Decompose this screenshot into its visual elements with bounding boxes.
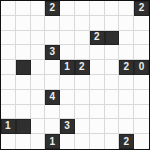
clue-cell: 2 xyxy=(90,31,105,46)
empty-cell[interactable] xyxy=(105,60,120,75)
empty-cell[interactable] xyxy=(1,105,16,120)
empty-cell[interactable] xyxy=(31,31,46,46)
empty-cell[interactable] xyxy=(119,119,134,134)
clue-cell: 3 xyxy=(45,45,60,60)
empty-cell[interactable] xyxy=(105,16,120,31)
empty-cell[interactable] xyxy=(1,60,16,75)
empty-cell[interactable] xyxy=(119,31,134,46)
empty-cell[interactable] xyxy=(134,90,149,105)
clue-cell: 2 xyxy=(134,1,149,16)
empty-cell[interactable] xyxy=(1,134,16,149)
empty-cell[interactable] xyxy=(134,105,149,120)
empty-cell[interactable] xyxy=(60,105,75,120)
empty-cell[interactable] xyxy=(134,16,149,31)
empty-cell[interactable] xyxy=(16,90,31,105)
empty-cell[interactable] xyxy=(31,45,46,60)
empty-cell[interactable] xyxy=(105,105,120,120)
clue-cell: 1 xyxy=(60,60,75,75)
empty-cell[interactable] xyxy=(90,90,105,105)
empty-cell[interactable] xyxy=(119,105,134,120)
empty-cell[interactable] xyxy=(134,75,149,90)
empty-cell[interactable] xyxy=(119,75,134,90)
empty-cell[interactable] xyxy=(60,1,75,16)
empty-cell[interactable] xyxy=(75,119,90,134)
empty-cell[interactable] xyxy=(60,75,75,90)
empty-cell[interactable] xyxy=(90,134,105,149)
empty-cell[interactable] xyxy=(1,31,16,46)
wall-cell xyxy=(105,31,120,46)
empty-cell[interactable] xyxy=(90,16,105,31)
empty-cell[interactable] xyxy=(31,105,46,120)
empty-cell[interactable] xyxy=(31,1,46,16)
empty-cell[interactable] xyxy=(1,90,16,105)
empty-cell[interactable] xyxy=(75,1,90,16)
empty-cell[interactable] xyxy=(119,16,134,31)
empty-cell[interactable] xyxy=(75,134,90,149)
clue-cell: 0 xyxy=(134,60,149,75)
empty-cell[interactable] xyxy=(60,45,75,60)
empty-cell[interactable] xyxy=(105,119,120,134)
empty-cell[interactable] xyxy=(75,105,90,120)
empty-cell[interactable] xyxy=(16,105,31,120)
empty-cell[interactable] xyxy=(45,31,60,46)
empty-cell[interactable] xyxy=(45,75,60,90)
empty-cell[interactable] xyxy=(105,134,120,149)
empty-cell[interactable] xyxy=(16,1,31,16)
empty-cell[interactable] xyxy=(45,16,60,31)
empty-cell[interactable] xyxy=(134,134,149,149)
empty-cell[interactable] xyxy=(119,90,134,105)
empty-cell[interactable] xyxy=(16,31,31,46)
empty-cell[interactable] xyxy=(134,31,149,46)
empty-cell[interactable] xyxy=(119,1,134,16)
empty-cell[interactable] xyxy=(31,75,46,90)
empty-cell[interactable] xyxy=(75,75,90,90)
clue-cell: 2 xyxy=(119,134,134,149)
empty-cell[interactable] xyxy=(45,119,60,134)
empty-cell[interactable] xyxy=(31,134,46,149)
empty-cell[interactable] xyxy=(31,119,46,134)
clue-cell: 1 xyxy=(45,134,60,149)
empty-cell[interactable] xyxy=(90,1,105,16)
empty-cell[interactable] xyxy=(75,45,90,60)
empty-cell[interactable] xyxy=(75,90,90,105)
empty-cell[interactable] xyxy=(1,45,16,60)
clue-cell: 4 xyxy=(45,90,60,105)
empty-cell[interactable] xyxy=(119,45,134,60)
empty-cell[interactable] xyxy=(16,134,31,149)
wall-cell xyxy=(16,119,31,134)
empty-cell[interactable] xyxy=(105,90,120,105)
empty-cell[interactable] xyxy=(134,45,149,60)
wall-cell xyxy=(16,60,31,75)
clue-cell: 1 xyxy=(1,119,16,134)
clue-cell: 3 xyxy=(60,119,75,134)
empty-cell[interactable] xyxy=(1,75,16,90)
empty-cell[interactable] xyxy=(60,90,75,105)
empty-cell[interactable] xyxy=(16,16,31,31)
empty-cell[interactable] xyxy=(105,75,120,90)
empty-cell[interactable] xyxy=(90,45,105,60)
empty-cell[interactable] xyxy=(90,60,105,75)
empty-cell[interactable] xyxy=(105,45,120,60)
empty-cell[interactable] xyxy=(16,45,31,60)
akari-board: 2223122041312 xyxy=(0,0,150,150)
clue-cell: 2 xyxy=(45,1,60,16)
empty-cell[interactable] xyxy=(60,16,75,31)
clue-cell: 2 xyxy=(75,60,90,75)
empty-cell[interactable] xyxy=(31,16,46,31)
clue-cell: 2 xyxy=(119,60,134,75)
empty-cell[interactable] xyxy=(90,75,105,90)
empty-cell[interactable] xyxy=(105,1,120,16)
empty-cell[interactable] xyxy=(31,60,46,75)
empty-cell[interactable] xyxy=(45,60,60,75)
empty-cell[interactable] xyxy=(31,90,46,105)
empty-cell[interactable] xyxy=(75,16,90,31)
empty-cell[interactable] xyxy=(75,31,90,46)
empty-cell[interactable] xyxy=(90,105,105,120)
empty-cell[interactable] xyxy=(90,119,105,134)
empty-cell[interactable] xyxy=(16,75,31,90)
empty-cell[interactable] xyxy=(60,134,75,149)
empty-cell[interactable] xyxy=(60,31,75,46)
empty-cell[interactable] xyxy=(1,16,16,31)
empty-cell[interactable] xyxy=(1,1,16,16)
empty-cell[interactable] xyxy=(45,105,60,120)
empty-cell[interactable] xyxy=(134,119,149,134)
